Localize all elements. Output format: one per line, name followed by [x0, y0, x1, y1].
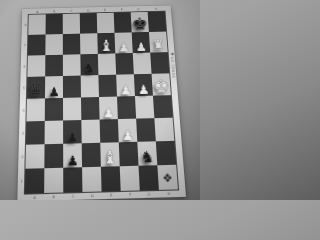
square-e3[interactable]: [100, 119, 119, 143]
square-d2[interactable]: [82, 143, 101, 167]
square-c4[interactable]: [63, 97, 81, 120]
file-label-A: A: [33, 195, 35, 199]
file-label-H: H: [154, 7, 157, 10]
rank-label-4: 4: [22, 108, 24, 111]
rank-label-5: 5: [23, 86, 25, 89]
rank-label-2: 2: [21, 155, 23, 159]
piece-black-knight-g2[interactable]: ♞: [140, 150, 155, 166]
piece-white-bishop-e7[interactable]: ♝: [99, 38, 114, 54]
square-d6[interactable]: ♞: [80, 54, 98, 76]
piece-black-king-g8[interactable]: ♚: [131, 15, 148, 32]
square-b6[interactable]: [45, 55, 63, 77]
brand-logo-icon: ●: [170, 51, 174, 55]
rank-label-8: 8: [24, 23, 26, 26]
square-f4[interactable]: [117, 96, 136, 119]
file-label-D: D: [91, 194, 94, 198]
square-d8[interactable]: [80, 13, 98, 33]
square-b8[interactable]: [46, 14, 63, 35]
corner-emblem-icon: ❖: [162, 171, 173, 183]
square-b1[interactable]: [44, 168, 63, 193]
square-a4[interactable]: [26, 98, 45, 121]
square-h4[interactable]: [153, 95, 173, 118]
square-f6[interactable]: [115, 53, 134, 75]
piece-white-pawn-f7[interactable]: ♟: [118, 41, 130, 53]
square-g2[interactable]: ♞: [137, 141, 157, 165]
square-a3[interactable]: [26, 121, 45, 145]
piece-white-pawn-g7[interactable]: ♟: [135, 41, 147, 53]
square-a6[interactable]: [27, 55, 45, 77]
rank-label-1: 1: [20, 179, 22, 183]
square-h2[interactable]: [156, 141, 176, 165]
square-b5[interactable]: ♟: [45, 76, 63, 98]
piece-black-pawn-c2[interactable]: ♟: [66, 154, 78, 168]
square-d1[interactable]: [82, 167, 102, 192]
file-label-F: F: [121, 8, 123, 11]
square-c5[interactable]: [63, 76, 81, 98]
square-a2[interactable]: [25, 144, 44, 169]
piece-white-pawn-e4[interactable]: ♟: [102, 106, 114, 119]
file-label-A: A: [36, 10, 38, 13]
square-e4[interactable]: ♟: [99, 97, 118, 120]
file-label-H: H: [167, 192, 170, 196]
square-g1[interactable]: [139, 165, 159, 190]
square-d4[interactable]: [81, 97, 100, 120]
piece-white-king-h5[interactable]: ♚: [152, 77, 170, 96]
square-c3[interactable]: ♟: [63, 120, 82, 144]
brand-text: ● US CHESS: [170, 51, 176, 78]
square-h5[interactable]: ♚: [152, 73, 171, 95]
file-label-G: G: [147, 192, 150, 196]
square-h3[interactable]: [154, 118, 174, 142]
square-d7[interactable]: [80, 33, 98, 54]
piece-white-bishop-e2[interactable]: ♝: [102, 149, 118, 167]
square-b4[interactable]: [45, 98, 63, 121]
rank-label-6: 6: [23, 65, 25, 68]
square-g4[interactable]: [135, 96, 154, 119]
square-g5[interactable]: ♟: [134, 74, 153, 96]
square-b3[interactable]: [45, 120, 64, 144]
square-e5[interactable]: [98, 75, 117, 97]
square-d5[interactable]: [81, 75, 99, 97]
square-f2[interactable]: [119, 142, 139, 166]
square-e8[interactable]: [97, 13, 115, 33]
square-a5[interactable]: ♛: [27, 76, 45, 98]
square-a1[interactable]: [25, 168, 44, 193]
square-f3[interactable]: ♟: [118, 119, 137, 143]
square-h1[interactable]: ❖: [157, 165, 178, 190]
square-c6[interactable]: [63, 54, 81, 76]
file-label-E: E: [104, 9, 106, 12]
piece-black-knight-d6[interactable]: ♞: [83, 61, 96, 75]
square-a7[interactable]: [28, 34, 46, 55]
rank-label-3: 3: [21, 131, 23, 134]
file-label-E: E: [110, 193, 112, 197]
square-g3[interactable]: [136, 118, 156, 142]
square-c1[interactable]: [63, 167, 82, 192]
piece-white-pawn-f3[interactable]: ♟: [122, 129, 135, 143]
chess-board: ABCDEFGH ABCDEFGH 87654321 ● US CHESS ♚♝…: [17, 5, 186, 200]
square-a8[interactable]: [28, 14, 45, 35]
square-f8[interactable]: [114, 12, 132, 32]
piece-white-rook-h7[interactable]: ♜: [152, 39, 166, 53]
square-e7[interactable]: ♝: [97, 33, 115, 54]
square-h7[interactable]: ♜: [149, 32, 168, 53]
file-label-B: B: [53, 10, 55, 13]
square-b7[interactable]: [45, 34, 63, 55]
square-e1[interactable]: [101, 166, 121, 191]
file-label-C: C: [70, 9, 72, 12]
square-c2[interactable]: ♟: [63, 143, 82, 167]
file-label-G: G: [137, 8, 140, 11]
board-squares: ♚♝♟♟♜♞♛♟♟♟♚♟♟♟♟♝♞❖: [25, 12, 178, 194]
square-c7[interactable]: [63, 34, 81, 55]
square-f7[interactable]: ♟: [114, 32, 132, 53]
square-e6[interactable]: [98, 53, 116, 75]
square-g8[interactable]: ♚: [131, 12, 149, 32]
square-g7[interactable]: ♟: [132, 32, 151, 53]
piece-white-pawn-f5[interactable]: ♟: [120, 84, 132, 97]
piece-white-pawn-g5[interactable]: ♟: [137, 83, 149, 96]
piece-black-queen-a5[interactable]: ♛: [28, 81, 44, 99]
brand-label: US CHESS: [170, 57, 176, 78]
square-e2[interactable]: ♝: [100, 142, 119, 166]
piece-black-pawn-b5[interactable]: ♟: [48, 86, 60, 99]
square-c8[interactable]: [63, 14, 80, 34]
square-f1[interactable]: [120, 166, 140, 191]
square-b2[interactable]: [44, 144, 63, 168]
piece-black-pawn-c3[interactable]: ♟: [66, 130, 78, 144]
square-f5[interactable]: ♟: [116, 74, 135, 96]
file-label-C: C: [71, 194, 73, 198]
square-h8[interactable]: [148, 12, 166, 32]
file-label-B: B: [52, 195, 54, 199]
square-d3[interactable]: [81, 120, 100, 144]
rank-label-7: 7: [24, 44, 26, 47]
square-h6[interactable]: [150, 52, 169, 74]
square-g6[interactable]: [133, 53, 152, 75]
file-label-F: F: [129, 193, 131, 197]
file-label-D: D: [87, 9, 89, 12]
